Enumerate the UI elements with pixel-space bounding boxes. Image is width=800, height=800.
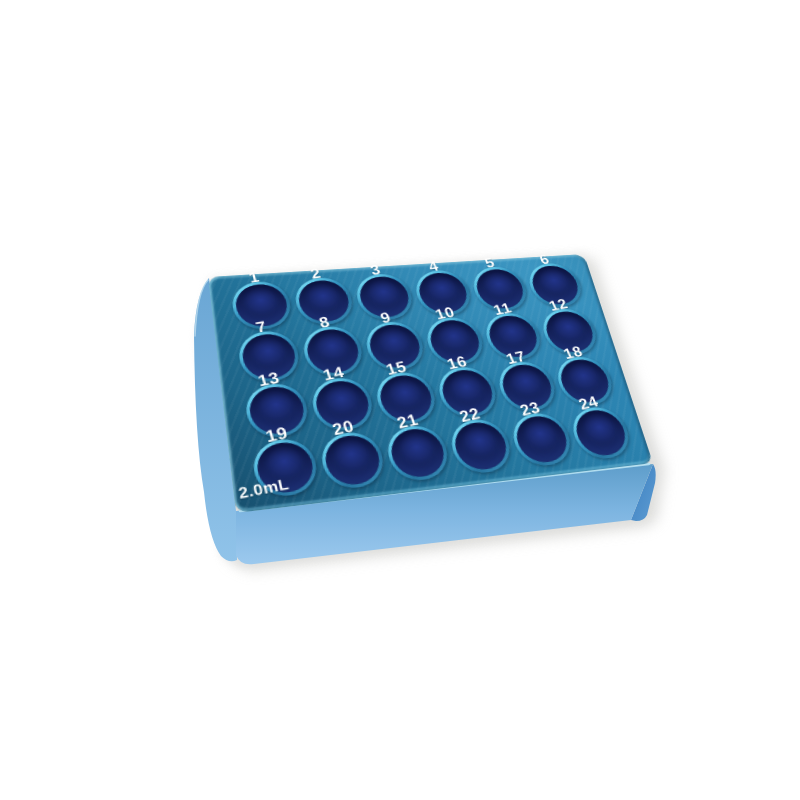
well-cell: 20 bbox=[315, 429, 392, 494]
product-photo: 1 2 3 4 5 6 bbox=[0, 0, 800, 800]
